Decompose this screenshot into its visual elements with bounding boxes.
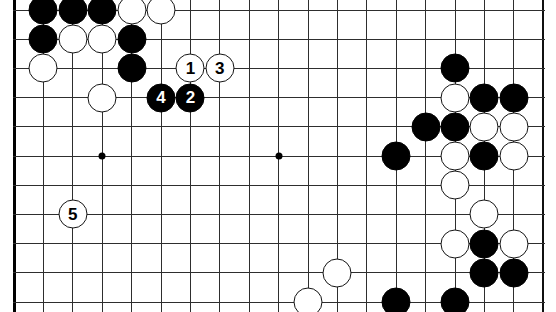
white-stone (323, 258, 352, 287)
black-stone (117, 54, 146, 83)
white-stone (499, 142, 528, 171)
grid-line-horizontal (13, 272, 545, 273)
black-stone (441, 112, 470, 141)
move-number-label: 4 (156, 89, 165, 107)
white-stone-move-5: 5 (58, 200, 87, 229)
white-stone (117, 0, 146, 25)
white-stone (294, 288, 323, 312)
black-stone (470, 142, 499, 171)
white-stone-move-1: 1 (176, 54, 205, 83)
move-number-label: 2 (186, 89, 195, 107)
move-number-label: 1 (186, 59, 195, 77)
star-point (99, 153, 106, 160)
black-stone-move-2: 2 (176, 83, 205, 112)
black-stone (29, 0, 58, 25)
white-stone (441, 171, 470, 200)
black-stone (29, 25, 58, 54)
star-point (275, 153, 282, 160)
black-stone (499, 258, 528, 287)
black-stone-move-4: 4 (147, 83, 176, 112)
move-number-label: 3 (215, 59, 224, 77)
black-stone (470, 83, 499, 112)
white-stone (441, 83, 470, 112)
black-stone (117, 25, 146, 54)
white-stone (88, 83, 117, 112)
black-stone (470, 258, 499, 287)
move-number-label: 5 (68, 205, 77, 223)
white-stone (441, 142, 470, 171)
grid-line-horizontal (13, 214, 545, 215)
black-stone (88, 0, 117, 25)
white-stone (470, 112, 499, 141)
black-stone (58, 0, 87, 25)
white-stone (470, 200, 499, 229)
black-stone (382, 288, 411, 312)
white-stone (58, 25, 87, 54)
black-stone (499, 83, 528, 112)
black-stone (411, 112, 440, 141)
white-stone (441, 229, 470, 258)
black-stone (441, 54, 470, 83)
white-stone-move-3: 3 (205, 54, 234, 83)
black-stone (382, 142, 411, 171)
white-stone (499, 112, 528, 141)
white-stone (88, 25, 117, 54)
black-stone (470, 229, 499, 258)
white-stone (499, 229, 528, 258)
go-board: 13425 (0, 0, 556, 312)
white-stone (147, 0, 176, 25)
white-stone (29, 54, 58, 83)
black-stone (441, 288, 470, 312)
